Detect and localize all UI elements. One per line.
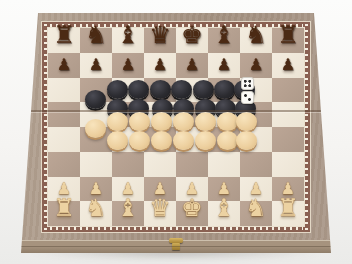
light-checker bbox=[173, 112, 194, 131]
light-checker bbox=[151, 131, 172, 150]
black-checker bbox=[171, 80, 192, 99]
die-face-2 bbox=[241, 91, 254, 104]
light-checker bbox=[195, 112, 216, 131]
folding-board: ♜♞♝♛♚♝♞♜♟♟♟♟♟♟♟♟♟♟♟♟♟♟♟♟♜♞♝♛♚♝♞♜ bbox=[21, 13, 331, 253]
light-checker bbox=[85, 119, 106, 138]
box-side-panel bbox=[21, 240, 331, 253]
light-checker bbox=[195, 131, 216, 150]
light-checker bbox=[151, 112, 172, 131]
hinge-seam-highlight bbox=[21, 112, 331, 113]
light-checker bbox=[217, 131, 238, 150]
checker-layer bbox=[21, 13, 331, 240]
black-checker bbox=[193, 80, 214, 99]
light-checker bbox=[129, 131, 150, 150]
light-checker bbox=[107, 112, 128, 131]
light-checker bbox=[129, 112, 150, 131]
light-checker bbox=[173, 131, 194, 150]
light-checker bbox=[236, 131, 257, 150]
black-checker bbox=[85, 90, 106, 109]
brass-clasp-keeper bbox=[172, 243, 180, 250]
black-checker bbox=[107, 80, 128, 99]
black-checker bbox=[150, 80, 171, 99]
light-checker bbox=[107, 131, 128, 150]
product-photo: ♜♞♝♛♚♝♞♜♟♟♟♟♟♟♟♟♟♟♟♟♟♟♟♟♜♞♝♛♚♝♞♜ bbox=[0, 0, 352, 264]
board-surface: ♜♞♝♛♚♝♞♜♟♟♟♟♟♟♟♟♟♟♟♟♟♟♟♟♜♞♝♛♚♝♞♜ bbox=[21, 13, 331, 241]
light-checker bbox=[236, 112, 257, 131]
light-checker bbox=[217, 112, 238, 131]
black-checker bbox=[214, 80, 235, 99]
black-checker bbox=[128, 80, 149, 99]
die-face-4 bbox=[241, 77, 254, 90]
